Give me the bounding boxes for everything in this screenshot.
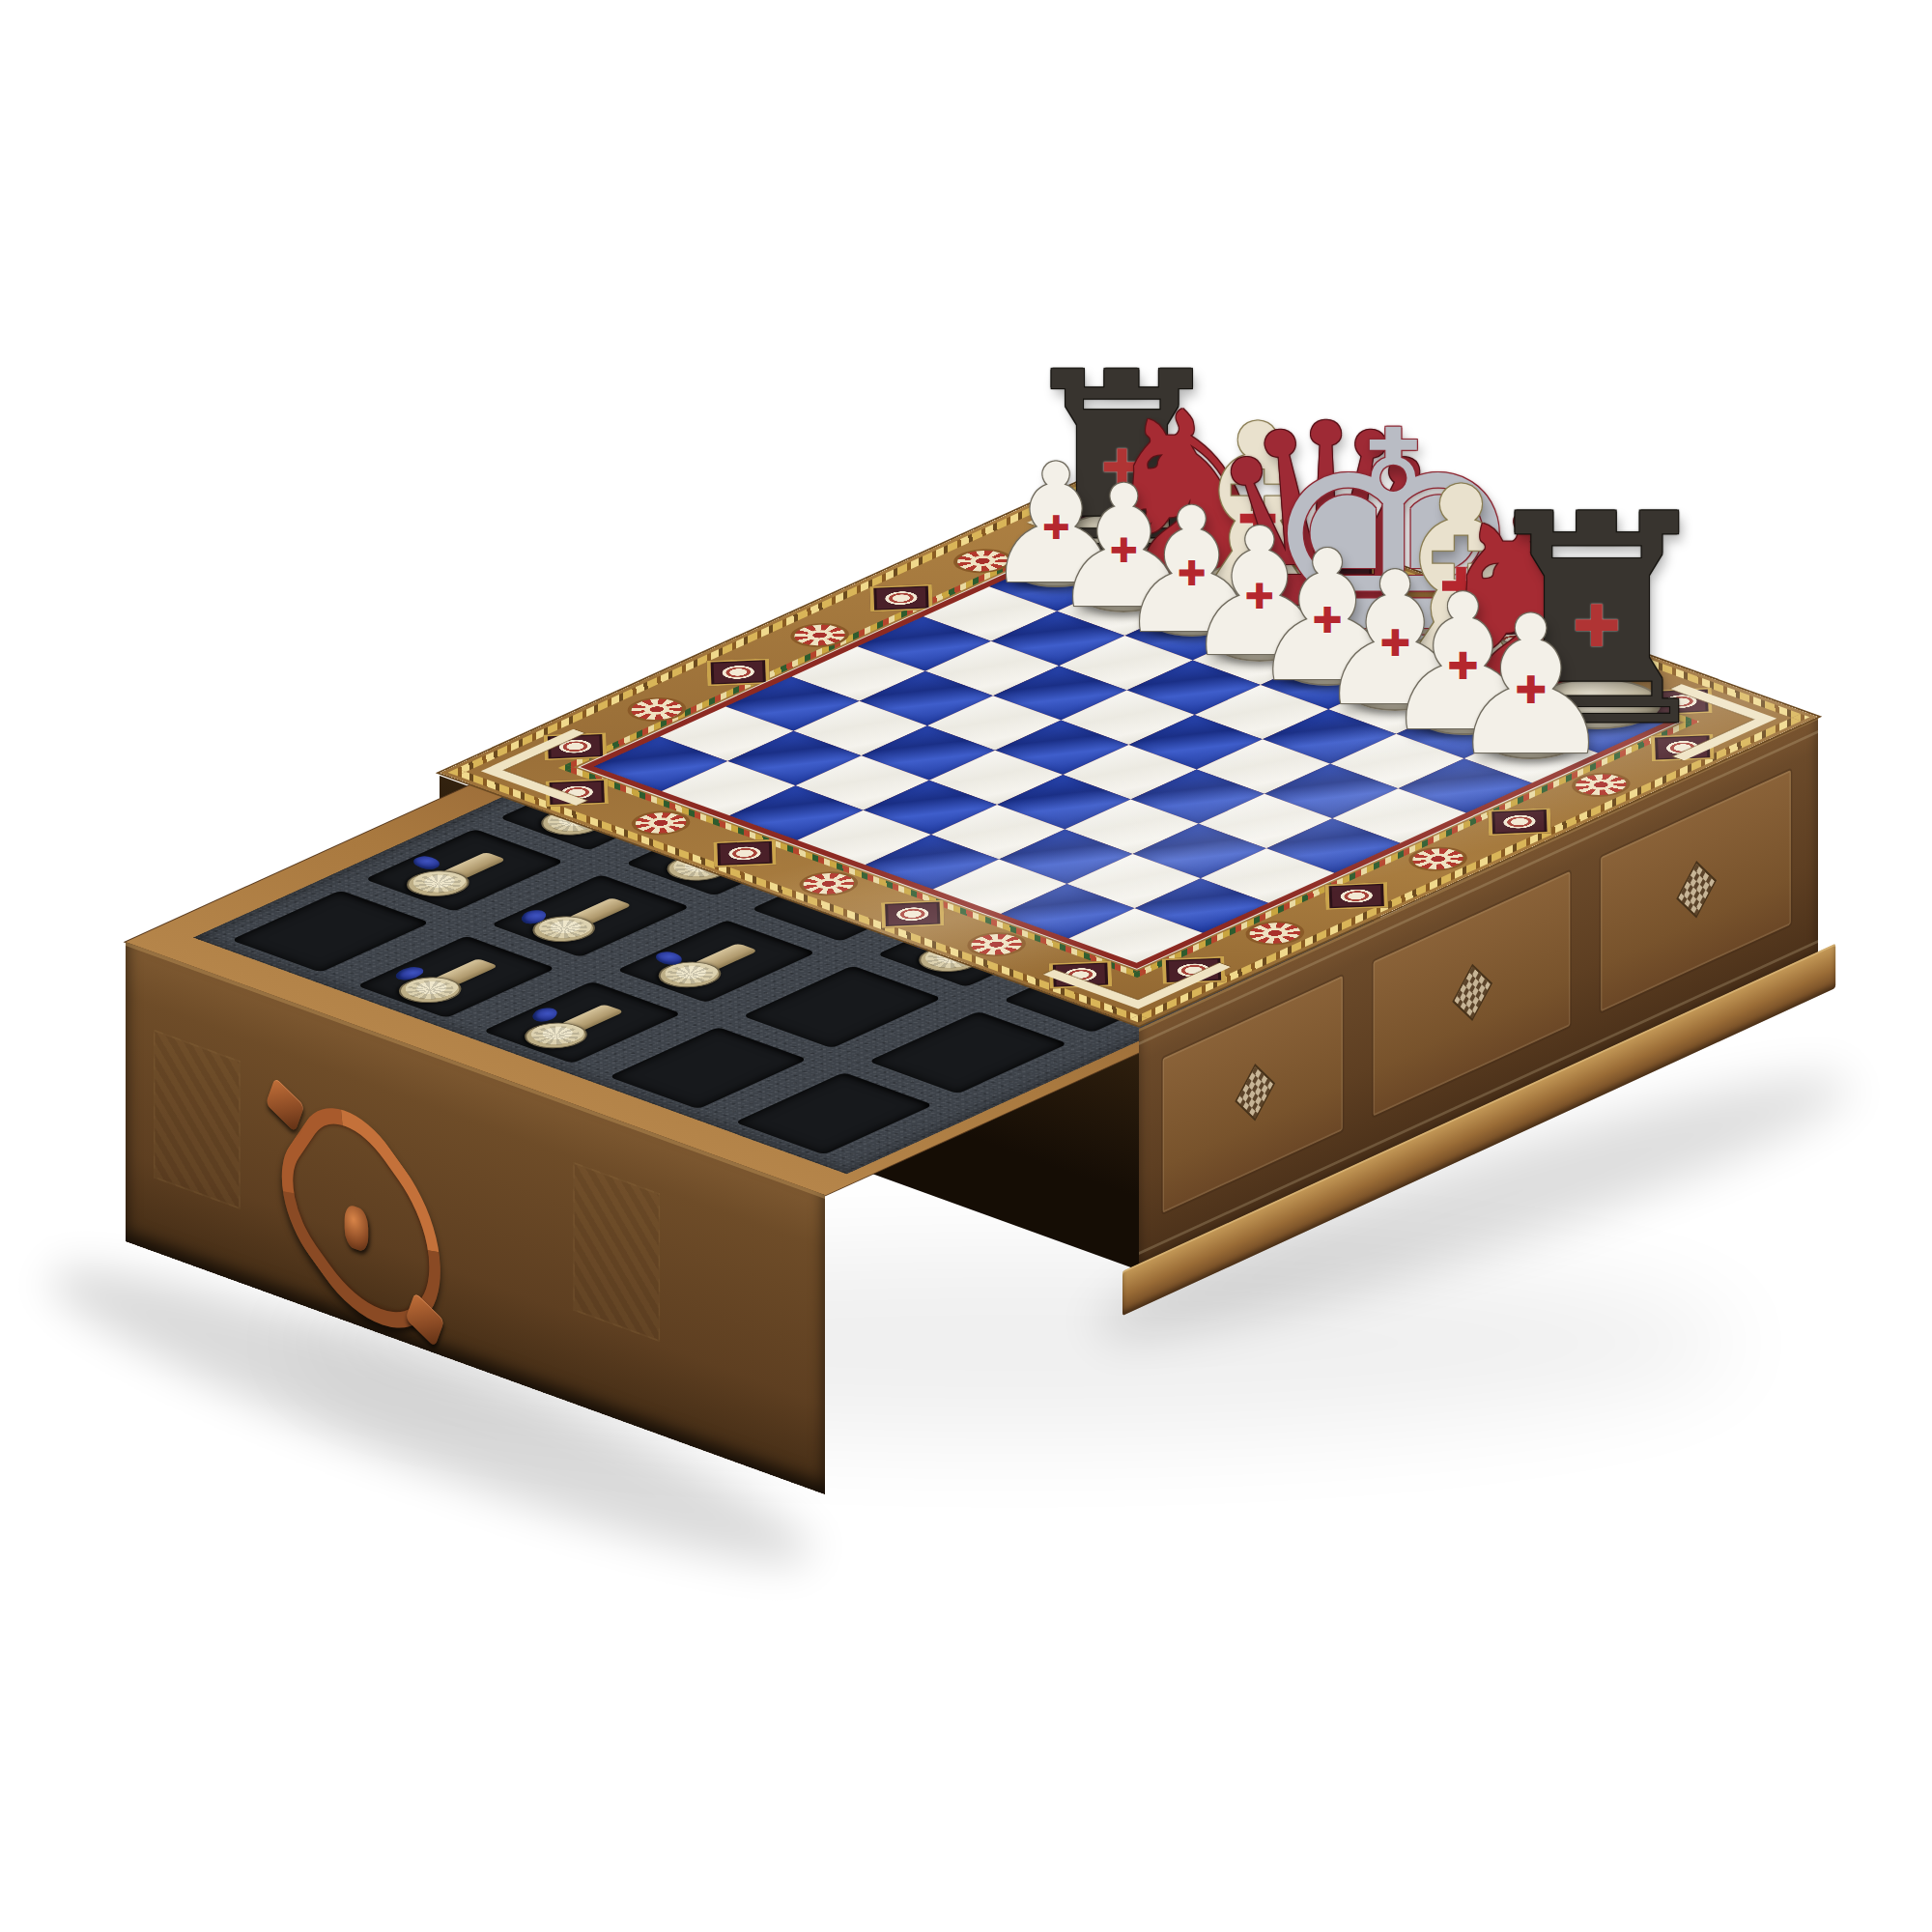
medallion-center <box>643 815 679 830</box>
stored-piece-carving <box>405 869 470 896</box>
drawer-front-inlay <box>154 1029 241 1208</box>
medallion-center <box>979 937 1014 952</box>
medallion-center <box>720 664 757 680</box>
foam-slot <box>483 981 682 1064</box>
foam-slot <box>868 1011 1067 1094</box>
medallion-center <box>810 876 846 891</box>
medallion-center <box>1583 778 1619 792</box>
foam-slot <box>491 874 690 956</box>
medallion-core <box>869 584 933 612</box>
stored-piece-carving <box>523 1022 588 1049</box>
medallion-center <box>1411 603 1447 617</box>
foam-slot <box>356 936 555 1018</box>
medallion-center <box>1338 888 1376 904</box>
medallion-center <box>639 702 674 717</box>
foam-slot <box>616 921 815 1003</box>
medallion-center <box>882 590 920 607</box>
medallion-center <box>1494 633 1532 649</box>
blue-cloth-scrap <box>409 854 445 870</box>
medallion-center <box>1326 572 1364 588</box>
medallion-core <box>1488 808 1551 836</box>
medallion-center <box>894 906 931 923</box>
foam-slot <box>609 1027 808 1109</box>
medallion-center <box>726 845 764 862</box>
drawer-front-inlay <box>573 1162 660 1342</box>
medallion-center <box>1243 542 1279 556</box>
medallion-center <box>1420 852 1456 867</box>
medallion-center <box>965 554 1001 568</box>
medallion-core <box>1481 627 1545 655</box>
handle-post <box>266 1077 304 1132</box>
stored-piece-carving <box>657 961 723 988</box>
medallion-core <box>706 658 770 686</box>
foam-slot <box>734 1072 933 1154</box>
medallion-center <box>1257 925 1293 940</box>
medallion-center <box>1579 664 1615 678</box>
medallion-core <box>881 900 945 928</box>
medallion-center <box>802 628 838 642</box>
medallion-core <box>1324 882 1388 910</box>
stored-piece-carving <box>397 977 463 1004</box>
medallion-center <box>1500 813 1538 830</box>
chess-set-product-photo: ♜✚♞♝✚♛♚♝✚♞♜✚♟✚♟✚♟✚♟✚♟✚♟✚♟✚♟✚ <box>0 0 1932 1932</box>
medallion-core <box>713 839 777 867</box>
blue-cloth-scrap <box>530 1008 558 1022</box>
foam-slot <box>743 966 942 1048</box>
medallion-core <box>1314 566 1378 594</box>
